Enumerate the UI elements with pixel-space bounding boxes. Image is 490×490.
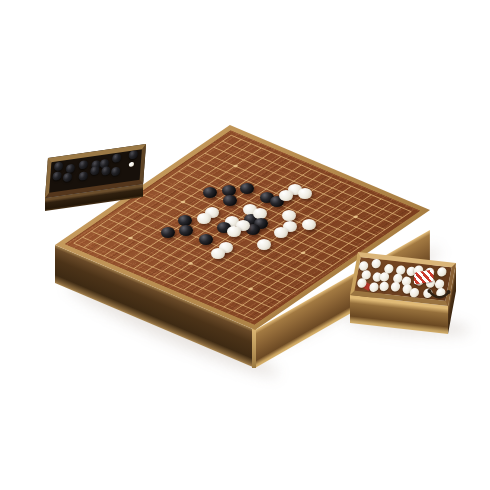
black-drawer-stone[interactable] <box>54 162 64 172</box>
stone-white-N11[interactable] <box>274 227 288 238</box>
black-drawer-stone[interactable] <box>79 171 89 181</box>
white-drawer-stone[interactable] <box>436 267 447 277</box>
stone-white-N9[interactable] <box>257 239 271 250</box>
white-drawer-stone[interactable] <box>409 288 420 298</box>
stone-black-F6[interactable] <box>161 227 175 238</box>
black-drawer-stone[interactable] <box>112 153 122 163</box>
white-drawer-stone[interactable] <box>368 282 379 292</box>
black-drawer-stone[interactable] <box>90 166 100 176</box>
white-drawer-stone[interactable] <box>379 282 390 292</box>
black-drawer-stone[interactable] <box>128 150 138 160</box>
stray-white-stone[interactable] <box>129 162 135 168</box>
white-drawer-stone[interactable] <box>379 272 390 282</box>
go-board-set-photo <box>0 0 490 490</box>
black-drawer-stone[interactable] <box>52 171 62 181</box>
stone-white-K9[interactable] <box>227 226 241 237</box>
black-drawer-stone[interactable] <box>62 173 72 183</box>
drawer-handle-icon[interactable] <box>426 286 452 306</box>
stone-white-L6[interactable] <box>211 248 225 259</box>
board-corner-bevel <box>252 329 256 368</box>
black-drawer-stone[interactable] <box>111 167 121 177</box>
white-drawer-stone[interactable] <box>390 282 401 292</box>
stone-white-O13[interactable] <box>302 219 316 230</box>
black-drawer-stone[interactable] <box>101 166 111 176</box>
stone-white-G9[interactable] <box>197 213 211 224</box>
stone-black-E12[interactable] <box>203 187 217 198</box>
stone-black-J7[interactable] <box>199 234 213 245</box>
black-drawer-stone[interactable] <box>65 163 75 173</box>
black-drawer-stone[interactable] <box>78 159 88 169</box>
white-drawer-stone[interactable] <box>370 258 381 268</box>
